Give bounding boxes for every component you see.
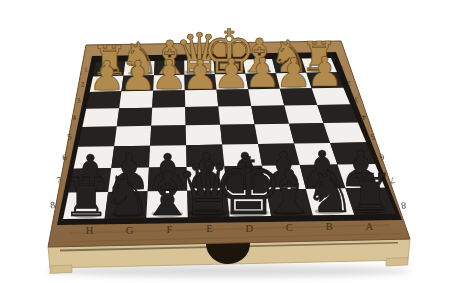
rank-label-right-8: 8 (400, 200, 406, 212)
foot-right (386, 258, 408, 267)
square-g4 (117, 108, 152, 127)
square-h4 (82, 108, 119, 127)
photo-background: HGFEDCBA1122334455667788♜♞♝♛♚♝♞♜♟♟♟♟♟♟♟♟… (0, 0, 456, 283)
square-b4 (284, 105, 323, 124)
chess-board-photo: HGFEDCBA1122334455667788♜♞♝♛♚♝♞♜♟♟♟♟♟♟♟♟… (0, 0, 456, 283)
foot-left (50, 265, 72, 274)
square-c4 (251, 105, 289, 124)
piece-white-pawn-a2: ♟ (306, 48, 343, 96)
rank-label-left-8: 8 (50, 199, 56, 211)
square-d4 (218, 106, 254, 125)
square-e4 (185, 107, 220, 126)
piece-black-rook-a8: ♜ (346, 162, 394, 225)
square-f4 (151, 107, 185, 126)
